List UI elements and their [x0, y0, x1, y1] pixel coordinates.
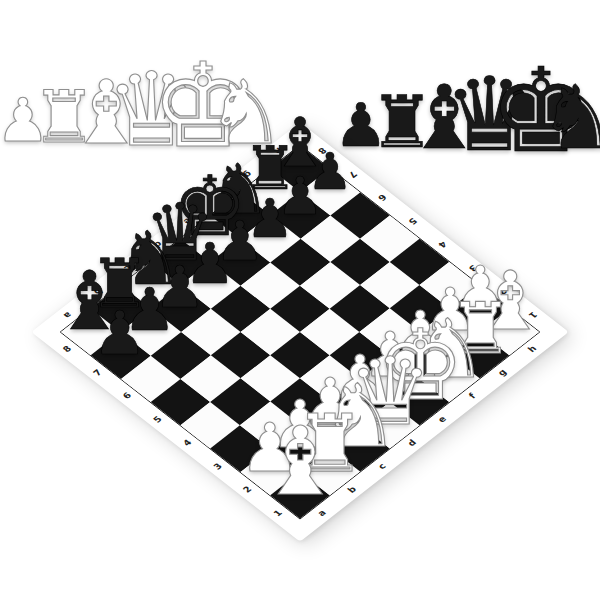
board-perspective-wrapper: aabbccddeeffgghh8877665544332211 [110, 184, 490, 480]
lineup-black-knight-icon: ♞ [556, 74, 600, 162]
file-label-top-b: b [92, 287, 104, 296]
file-label-top-g: g [242, 169, 254, 178]
rank-label-left-6: 6 [122, 391, 134, 400]
file-label-bottom-h: h [526, 345, 538, 354]
chess-board-grid [60, 144, 541, 519]
file-label-top-d: d [152, 240, 164, 249]
rank-label-right-5: 5 [406, 216, 418, 225]
rank-label-left-3: 3 [212, 462, 224, 471]
file-label-bottom-a: a [316, 509, 328, 518]
rank-label-right-2: 2 [496, 287, 508, 296]
file-label-top-a: a [62, 310, 74, 319]
file-label-top-f: f [213, 194, 223, 202]
file-label-bottom-f: f [467, 392, 477, 400]
file-label-bottom-g: g [496, 368, 508, 377]
lineup-white-knight-icon: ♞ [224, 69, 268, 157]
rank-label-right-6: 6 [376, 193, 388, 202]
rank-label-left-7: 7 [92, 368, 104, 377]
file-label-top-e: e [182, 216, 194, 225]
chess-set-product-photo: ♟♜♝♛♚♞ ♟♜♝♛♚♞ aabbccddeeffgghh8877665544… [0, 0, 600, 600]
rank-label-right-4: 4 [436, 240, 448, 249]
file-label-top-c: c [122, 263, 133, 272]
rank-label-right-7: 7 [346, 169, 358, 178]
rank-label-right-1: 1 [526, 310, 538, 319]
rank-label-left-5: 5 [152, 415, 164, 424]
file-label-bottom-c: c [377, 462, 388, 471]
file-label-top-h: h [272, 146, 284, 155]
file-label-bottom-d: d [406, 438, 418, 447]
rank-label-left-2: 2 [242, 485, 254, 494]
rank-label-left-8: 8 [62, 345, 74, 354]
file-label-bottom-b: b [346, 485, 358, 494]
file-label-bottom-e: e [436, 415, 448, 424]
rank-label-right-8: 8 [316, 146, 328, 155]
rank-label-left-1: 1 [272, 509, 284, 518]
rank-label-right-3: 3 [466, 263, 478, 272]
rank-label-left-4: 4 [182, 438, 194, 447]
chess-board-mat: aabbccddeeffgghh8877665544332211 [31, 122, 568, 541]
